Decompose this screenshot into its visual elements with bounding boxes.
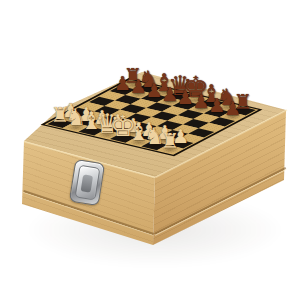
piece-glyph: ♟ <box>193 92 210 111</box>
piece-glyph: ♟ <box>208 96 225 115</box>
square-h1: ♜ <box>157 145 183 154</box>
piece-glyph: ♟ <box>177 88 194 107</box>
piece-glyph: ♟ <box>114 74 131 93</box>
piece-glyph: ♜ <box>161 131 180 152</box>
chess-box-scene: ♜♞♝♛♚♝♞♜♟♟♟♟♟♟♟♟♟♟♟♟♟♟♟♟♜♞♝♛♚♝♞♜ <box>0 0 300 300</box>
piece-glyph: ♟ <box>224 99 241 118</box>
piece-glyph: ♟ <box>161 85 178 104</box>
piece-glyph: ♟ <box>145 81 162 100</box>
piece-glyph: ♟ <box>130 77 147 96</box>
